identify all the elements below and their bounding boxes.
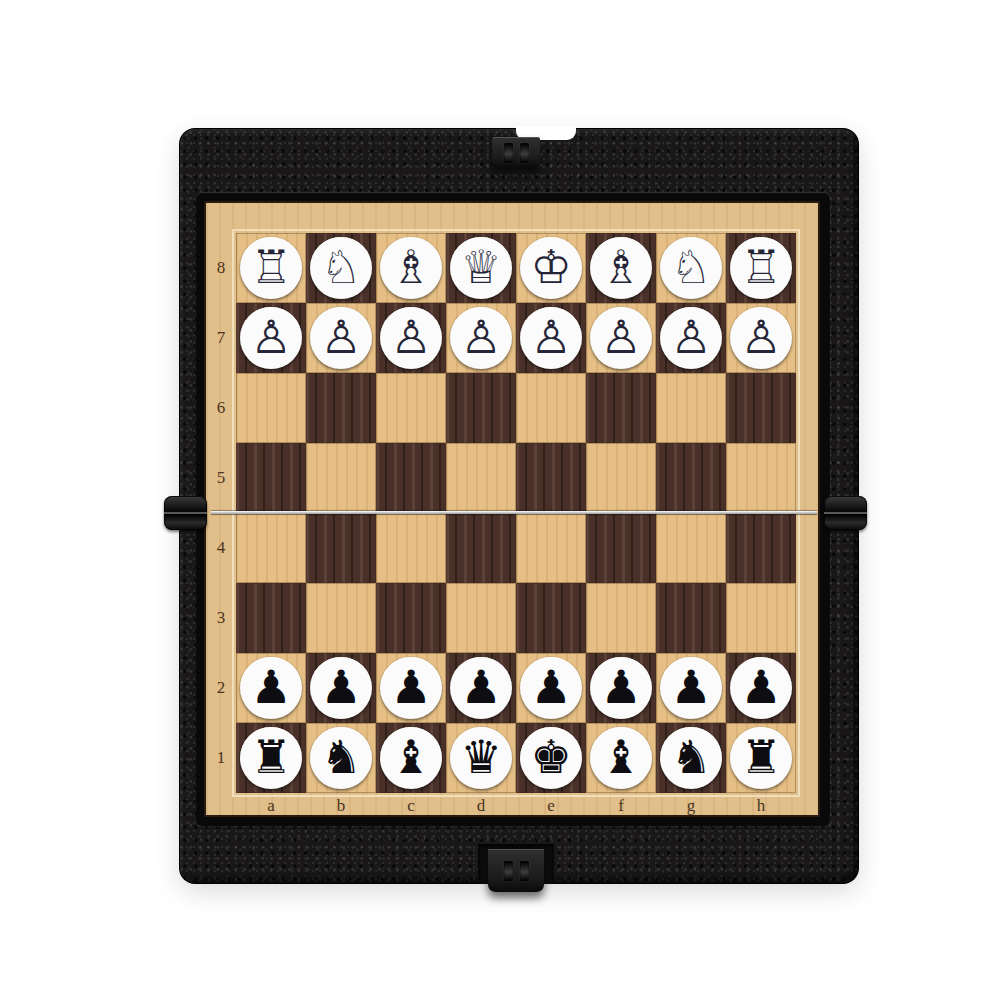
square-f2[interactable]: ♟ [586,653,656,723]
square-g1[interactable]: ♞ [656,723,726,793]
latch-groove [520,861,529,881]
black-pawn-glyph: ♟ [390,664,431,710]
piece-white-pawn[interactable]: ♙ [590,307,652,369]
black-pawn-glyph: ♟ [530,664,571,710]
right-hinge-barrel [824,496,867,530]
square-d4[interactable] [446,513,516,583]
square-f3[interactable] [586,583,656,653]
square-c5[interactable] [376,443,446,513]
piece-white-pawn[interactable]: ♙ [450,307,512,369]
black-bishop-glyph: ♝ [390,734,431,780]
black-pawn-glyph: ♟ [460,664,501,710]
square-b8[interactable]: ♘ [306,233,376,303]
piece-white-knight[interactable]: ♘ [310,237,372,299]
rank-label-4: 4 [208,538,234,558]
piece-black-pawn[interactable]: ♟ [310,657,372,719]
square-d2[interactable]: ♟ [446,653,516,723]
square-g7[interactable]: ♙ [656,303,726,373]
background: { "game": "chess", "scene": "folding mag… [0,0,1001,1001]
square-a5[interactable] [236,443,306,513]
file-label-f: f [586,796,656,816]
square-b6[interactable] [306,373,376,443]
square-b5[interactable] [306,443,376,513]
piece-black-knight[interactable]: ♞ [660,727,722,789]
white-bishop-glyph: ♗ [600,244,641,290]
rank-label-3: 3 [208,608,234,628]
square-h4[interactable] [726,513,796,583]
piece-black-rook[interactable]: ♜ [730,727,792,789]
black-rook-glyph: ♜ [250,734,291,780]
square-d1[interactable]: ♛ [446,723,516,793]
square-h7[interactable]: ♙ [726,303,796,373]
square-e6[interactable] [516,373,586,443]
piece-black-pawn[interactable]: ♟ [240,657,302,719]
piece-white-pawn[interactable]: ♙ [380,307,442,369]
square-b4[interactable] [306,513,376,583]
square-a1[interactable]: ♜ [236,723,306,793]
square-f1[interactable]: ♝ [586,723,656,793]
board-recess: ♖♘♗♕♔♗♘♖♙♙♙♙♙♙♙♙♟♟♟♟♟♟♟♟♜♞♝♛♚♝♞♜ 8765432… [196,192,830,826]
piece-white-bishop[interactable]: ♗ [380,237,442,299]
white-king-glyph: ♔ [530,244,571,290]
black-bishop-glyph: ♝ [600,734,641,780]
black-pawn-glyph: ♟ [250,664,291,710]
square-h6[interactable] [726,373,796,443]
square-g2[interactable]: ♟ [656,653,726,723]
piece-black-king[interactable]: ♚ [520,727,582,789]
piece-white-king[interactable]: ♔ [520,237,582,299]
square-f7[interactable]: ♙ [586,303,656,373]
square-g5[interactable] [656,443,726,513]
black-knight-glyph: ♞ [670,734,711,780]
black-queen-glyph: ♛ [460,734,501,780]
square-c3[interactable] [376,583,446,653]
piece-black-pawn[interactable]: ♟ [660,657,722,719]
square-b7[interactable]: ♙ [306,303,376,373]
square-a6[interactable] [236,373,306,443]
square-e8[interactable]: ♔ [516,233,586,303]
rank-label-5: 5 [208,468,234,488]
latch-groove [504,861,513,881]
file-label-g: g [656,796,726,816]
white-pawn-glyph: ♙ [320,314,361,360]
piece-white-pawn[interactable]: ♙ [730,307,792,369]
square-d6[interactable] [446,373,516,443]
piece-black-bishop[interactable]: ♝ [590,727,652,789]
white-pawn-glyph: ♙ [390,314,431,360]
piece-white-pawn[interactable]: ♙ [520,307,582,369]
square-a8[interactable]: ♖ [236,233,306,303]
latch-groove [520,143,529,163]
piece-white-pawn[interactable]: ♙ [310,307,372,369]
white-knight-glyph: ♘ [670,244,711,290]
bottom-latch-clasp [488,849,544,892]
square-c4[interactable] [376,513,446,583]
square-h8[interactable]: ♖ [726,233,796,303]
rank-label-8: 8 [208,258,234,278]
piece-black-pawn[interactable]: ♟ [380,657,442,719]
square-f5[interactable] [586,443,656,513]
black-rook-glyph: ♜ [740,734,781,780]
file-label-d: d [446,796,516,816]
square-e1[interactable]: ♚ [516,723,586,793]
piece-black-pawn[interactable]: ♟ [730,657,792,719]
file-label-e: e [516,796,586,816]
rank-label-7: 7 [208,328,234,348]
black-pawn-glyph: ♟ [600,664,641,710]
file-label-b: b [306,796,376,816]
piece-black-bishop[interactable]: ♝ [380,727,442,789]
square-b1[interactable]: ♞ [306,723,376,793]
square-h3[interactable] [726,583,796,653]
piece-white-rook[interactable]: ♖ [730,237,792,299]
white-pawn-glyph: ♙ [530,314,571,360]
black-knight-glyph: ♞ [320,734,361,780]
square-h1[interactable]: ♜ [726,723,796,793]
square-h2[interactable]: ♟ [726,653,796,723]
piece-white-pawn[interactable]: ♙ [660,307,722,369]
square-d3[interactable] [446,583,516,653]
white-pawn-glyph: ♙ [250,314,291,360]
white-pawn-glyph: ♙ [460,314,501,360]
white-bishop-glyph: ♗ [390,244,431,290]
square-h5[interactable] [726,443,796,513]
square-f8[interactable]: ♗ [586,233,656,303]
square-b3[interactable] [306,583,376,653]
piece-black-pawn[interactable]: ♟ [520,657,582,719]
piece-black-pawn[interactable]: ♟ [590,657,652,719]
piece-black-queen[interactable]: ♛ [450,727,512,789]
square-e2[interactable]: ♟ [516,653,586,723]
top-latch-clasp [492,137,540,168]
rank-label-6: 6 [208,398,234,418]
piece-white-rook[interactable]: ♖ [240,237,302,299]
square-d8[interactable]: ♕ [446,233,516,303]
piece-white-queen[interactable]: ♕ [450,237,512,299]
black-pawn-glyph: ♟ [670,664,711,710]
piece-black-rook[interactable]: ♜ [240,727,302,789]
square-g6[interactable] [656,373,726,443]
white-pawn-glyph: ♙ [600,314,641,360]
square-g4[interactable] [656,513,726,583]
latch-groove [504,143,513,163]
piece-black-knight[interactable]: ♞ [310,727,372,789]
square-e7[interactable]: ♙ [516,303,586,373]
square-b2[interactable]: ♟ [306,653,376,723]
square-g8[interactable]: ♘ [656,233,726,303]
rank-label-2: 2 [208,678,234,698]
square-e4[interactable] [516,513,586,583]
white-pawn-glyph: ♙ [740,314,781,360]
piece-white-pawn[interactable]: ♙ [240,307,302,369]
square-a2[interactable]: ♟ [236,653,306,723]
black-pawn-glyph: ♟ [740,664,781,710]
piece-white-bishop[interactable]: ♗ [590,237,652,299]
piece-black-pawn[interactable]: ♟ [450,657,512,719]
square-a4[interactable] [236,513,306,583]
left-hinge-barrel [164,496,207,530]
white-queen-glyph: ♕ [460,244,501,290]
chessboard: ♖♘♗♕♔♗♘♖♙♙♙♙♙♙♙♙♟♟♟♟♟♟♟♟♜♞♝♛♚♝♞♜ 8765432… [204,201,820,817]
square-a3[interactable] [236,583,306,653]
file-label-c: c [376,796,446,816]
square-d7[interactable]: ♙ [446,303,516,373]
square-f6[interactable] [586,373,656,443]
square-c8[interactable]: ♗ [376,233,446,303]
square-c2[interactable]: ♟ [376,653,446,723]
file-label-h: h [726,796,796,816]
board-fold-line [211,511,817,514]
white-rook-glyph: ♖ [740,244,781,290]
black-king-glyph: ♚ [530,734,571,780]
square-c7[interactable]: ♙ [376,303,446,373]
square-f4[interactable] [586,513,656,583]
rank-label-1: 1 [208,748,234,768]
file-label-a: a [236,796,306,816]
square-d5[interactable] [446,443,516,513]
square-c1[interactable]: ♝ [376,723,446,793]
square-e3[interactable] [516,583,586,653]
square-c6[interactable] [376,373,446,443]
white-knight-glyph: ♘ [320,244,361,290]
square-g3[interactable] [656,583,726,653]
white-rook-glyph: ♖ [250,244,291,290]
square-a7[interactable]: ♙ [236,303,306,373]
white-pawn-glyph: ♙ [670,314,711,360]
black-pawn-glyph: ♟ [320,664,361,710]
square-e5[interactable] [516,443,586,513]
piece-white-knight[interactable]: ♘ [660,237,722,299]
chess-case: ♖♘♗♕♔♗♘♖♙♙♙♙♙♙♙♙♟♟♟♟♟♟♟♟♜♞♝♛♚♝♞♜ 8765432… [179,128,859,884]
